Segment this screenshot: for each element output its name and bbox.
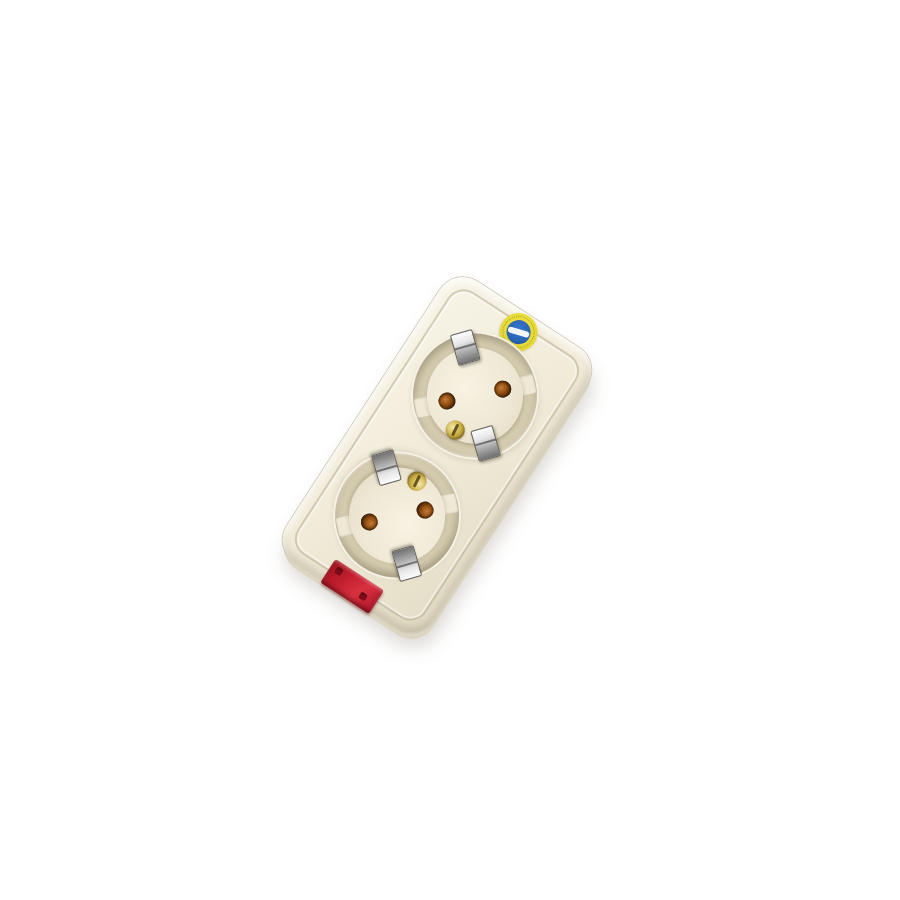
photo-canvas	[0, 0, 900, 900]
button-recess-dot	[358, 591, 368, 601]
button-recess-dot	[334, 566, 344, 576]
socket-adapter-body	[272, 267, 601, 643]
